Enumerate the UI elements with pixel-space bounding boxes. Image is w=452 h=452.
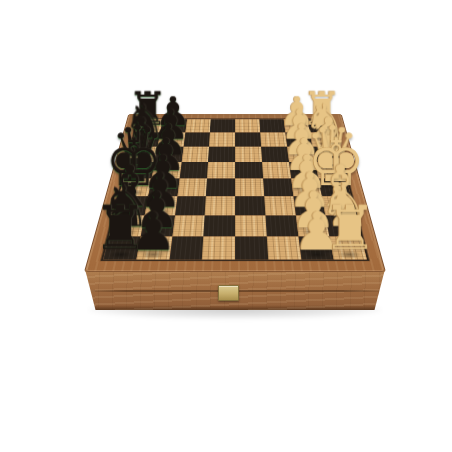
square-a4[interactable] — [235, 119, 260, 132]
square-b5[interactable] — [209, 133, 235, 147]
square-c4[interactable] — [235, 147, 262, 162]
square-g4[interactable] — [235, 216, 267, 237]
square-d5[interactable] — [207, 162, 235, 178]
square-c5[interactable] — [208, 147, 235, 162]
square-h7[interactable]: ♟ — [136, 237, 172, 260]
square-f5[interactable] — [205, 196, 235, 215]
square-d4[interactable] — [235, 162, 263, 178]
square-f4[interactable] — [235, 196, 265, 215]
chess-board-frame: ♜♟♟♜♞♟♟♞♝♟♟♝♛♟♟♛♚♟♟♚♝♟♟♝♞♟♟♞♜♟♟♜ — [84, 114, 386, 272]
square-h5[interactable] — [202, 237, 235, 260]
white-rook[interactable]: ♜ — [323, 198, 377, 258]
black-pawn[interactable]: ♟ — [129, 206, 176, 259]
square-a5[interactable] — [210, 119, 235, 132]
case-front-panel — [85, 269, 385, 310]
brass-clasp[interactable] — [218, 285, 239, 301]
square-e4[interactable] — [235, 179, 264, 197]
square-h1[interactable]: ♜ — [330, 237, 367, 260]
square-h4[interactable] — [235, 237, 268, 260]
board-perspective-stage: ♜♟♟♜♞♟♟♞♝♟♟♝♛♟♟♛♚♟♟♚♝♟♟♝♞♟♟♞♜♟♟♜ — [84, 0, 386, 272]
square-e5[interactable] — [206, 179, 235, 197]
square-g5[interactable] — [203, 216, 235, 237]
square-b4[interactable] — [235, 133, 261, 147]
chess-set-product-photo: ♜♟♟♜♞♟♟♞♝♟♟♝♛♟♟♛♚♟♟♚♝♟♟♝♞♟♟♞♜♟♟♜ — [0, 0, 452, 452]
chess-board-grid: ♜♟♟♜♞♟♟♞♝♟♟♝♛♟♟♛♚♟♟♚♝♟♟♝♞♟♟♞♜♟♟♜ — [101, 119, 369, 261]
